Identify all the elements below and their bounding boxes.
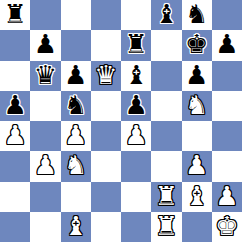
square-f1[interactable]: ♜ <box>151 212 181 242</box>
square-d7[interactable] <box>91 30 121 60</box>
square-g7[interactable]: ♚ <box>182 30 212 60</box>
square-f4[interactable] <box>151 121 181 151</box>
square-g5[interactable]: ♞ <box>182 91 212 121</box>
black-pawn-piece[interactable]: ♟ <box>64 62 87 88</box>
square-f2[interactable]: ♜ <box>151 182 181 212</box>
square-e2[interactable] <box>121 182 151 212</box>
square-b6[interactable]: ♛ <box>30 61 60 91</box>
square-d4[interactable] <box>91 121 121 151</box>
black-bishop-piece[interactable]: ♝ <box>155 1 178 27</box>
white-bishop-piece[interactable]: ♝ <box>185 183 208 209</box>
white-rook-piece[interactable]: ♜ <box>155 183 178 209</box>
square-a3[interactable] <box>0 151 30 181</box>
square-g1[interactable] <box>182 212 212 242</box>
square-c7[interactable] <box>61 30 91 60</box>
white-pawn-piece[interactable]: ♟ <box>215 183 238 209</box>
square-c2[interactable] <box>61 182 91 212</box>
black-pawn-piece[interactable]: ♟ <box>215 31 238 57</box>
square-h8[interactable] <box>212 0 242 30</box>
square-b2[interactable] <box>30 182 60 212</box>
square-h1[interactable]: ♚ <box>212 212 242 242</box>
black-rook-piece[interactable]: ♜ <box>124 31 147 57</box>
square-e6[interactable]: ♝ <box>121 61 151 91</box>
square-b1[interactable] <box>30 212 60 242</box>
square-h3[interactable] <box>212 151 242 181</box>
square-d8[interactable] <box>91 0 121 30</box>
square-a6[interactable] <box>0 61 30 91</box>
square-c4[interactable]: ♟ <box>61 121 91 151</box>
white-pawn-piece[interactable]: ♟ <box>124 122 147 148</box>
square-d6[interactable]: ♛ <box>91 61 121 91</box>
square-h7[interactable]: ♟ <box>212 30 242 60</box>
black-pawn-piece[interactable]: ♟ <box>3 92 26 118</box>
square-c3[interactable]: ♞ <box>61 151 91 181</box>
square-e7[interactable]: ♜ <box>121 30 151 60</box>
square-a8[interactable]: ♜ <box>0 0 30 30</box>
square-b5[interactable] <box>30 91 60 121</box>
square-g6[interactable]: ♟ <box>182 61 212 91</box>
square-e4[interactable]: ♟ <box>121 121 151 151</box>
square-f6[interactable] <box>151 61 181 91</box>
black-bishop-piece[interactable]: ♝ <box>124 62 147 88</box>
chess-board: ♜♝♞♟♜♚♟♛♟♛♝♟♟♞♟♞♟♟♟♟♞♟♜♝♟♝♜♚ <box>0 0 242 242</box>
square-h4[interactable] <box>212 121 242 151</box>
square-d1[interactable] <box>91 212 121 242</box>
white-bishop-piece[interactable]: ♝ <box>64 213 87 239</box>
square-f3[interactable] <box>151 151 181 181</box>
black-pawn-piece[interactable]: ♟ <box>34 31 57 57</box>
square-c1[interactable]: ♝ <box>61 212 91 242</box>
square-c6[interactable]: ♟ <box>61 61 91 91</box>
white-pawn-piece[interactable]: ♟ <box>185 152 208 178</box>
square-g4[interactable] <box>182 121 212 151</box>
square-b8[interactable] <box>30 0 60 30</box>
white-pawn-piece[interactable]: ♟ <box>64 122 87 148</box>
square-h6[interactable] <box>212 61 242 91</box>
square-e8[interactable] <box>121 0 151 30</box>
black-knight-piece[interactable]: ♞ <box>64 92 87 118</box>
black-queen-piece[interactable]: ♛ <box>34 62 57 88</box>
white-rook-piece[interactable]: ♜ <box>155 213 178 239</box>
black-pawn-piece[interactable]: ♟ <box>185 62 208 88</box>
square-b7[interactable]: ♟ <box>30 30 60 60</box>
white-king-piece[interactable]: ♚ <box>215 213 238 239</box>
square-d3[interactable] <box>91 151 121 181</box>
square-e3[interactable] <box>121 151 151 181</box>
square-h2[interactable]: ♟ <box>212 182 242 212</box>
square-b3[interactable]: ♟ <box>30 151 60 181</box>
square-g3[interactable]: ♟ <box>182 151 212 181</box>
square-b4[interactable] <box>30 121 60 151</box>
square-d2[interactable] <box>91 182 121 212</box>
square-a1[interactable] <box>0 212 30 242</box>
square-c5[interactable]: ♞ <box>61 91 91 121</box>
white-pawn-piece[interactable]: ♟ <box>3 122 26 148</box>
square-f5[interactable] <box>151 91 181 121</box>
square-e1[interactable] <box>121 212 151 242</box>
square-g8[interactable]: ♞ <box>182 0 212 30</box>
square-a2[interactable] <box>0 182 30 212</box>
square-e5[interactable]: ♟ <box>121 91 151 121</box>
white-pawn-piece[interactable]: ♟ <box>34 152 57 178</box>
square-d5[interactable] <box>91 91 121 121</box>
square-a7[interactable] <box>0 30 30 60</box>
square-a4[interactable]: ♟ <box>0 121 30 151</box>
black-knight-piece[interactable]: ♞ <box>185 1 208 27</box>
black-rook-piece[interactable]: ♜ <box>3 1 26 27</box>
white-knight-piece[interactable]: ♞ <box>185 92 208 118</box>
square-f7[interactable] <box>151 30 181 60</box>
square-f8[interactable]: ♝ <box>151 0 181 30</box>
square-c8[interactable] <box>61 0 91 30</box>
black-pawn-piece[interactable]: ♟ <box>124 92 147 118</box>
square-h5[interactable] <box>212 91 242 121</box>
square-g2[interactable]: ♝ <box>182 182 212 212</box>
square-a5[interactable]: ♟ <box>0 91 30 121</box>
white-knight-piece[interactable]: ♞ <box>64 152 87 178</box>
black-king-piece[interactable]: ♚ <box>185 31 208 57</box>
white-queen-piece[interactable]: ♛ <box>94 62 117 88</box>
